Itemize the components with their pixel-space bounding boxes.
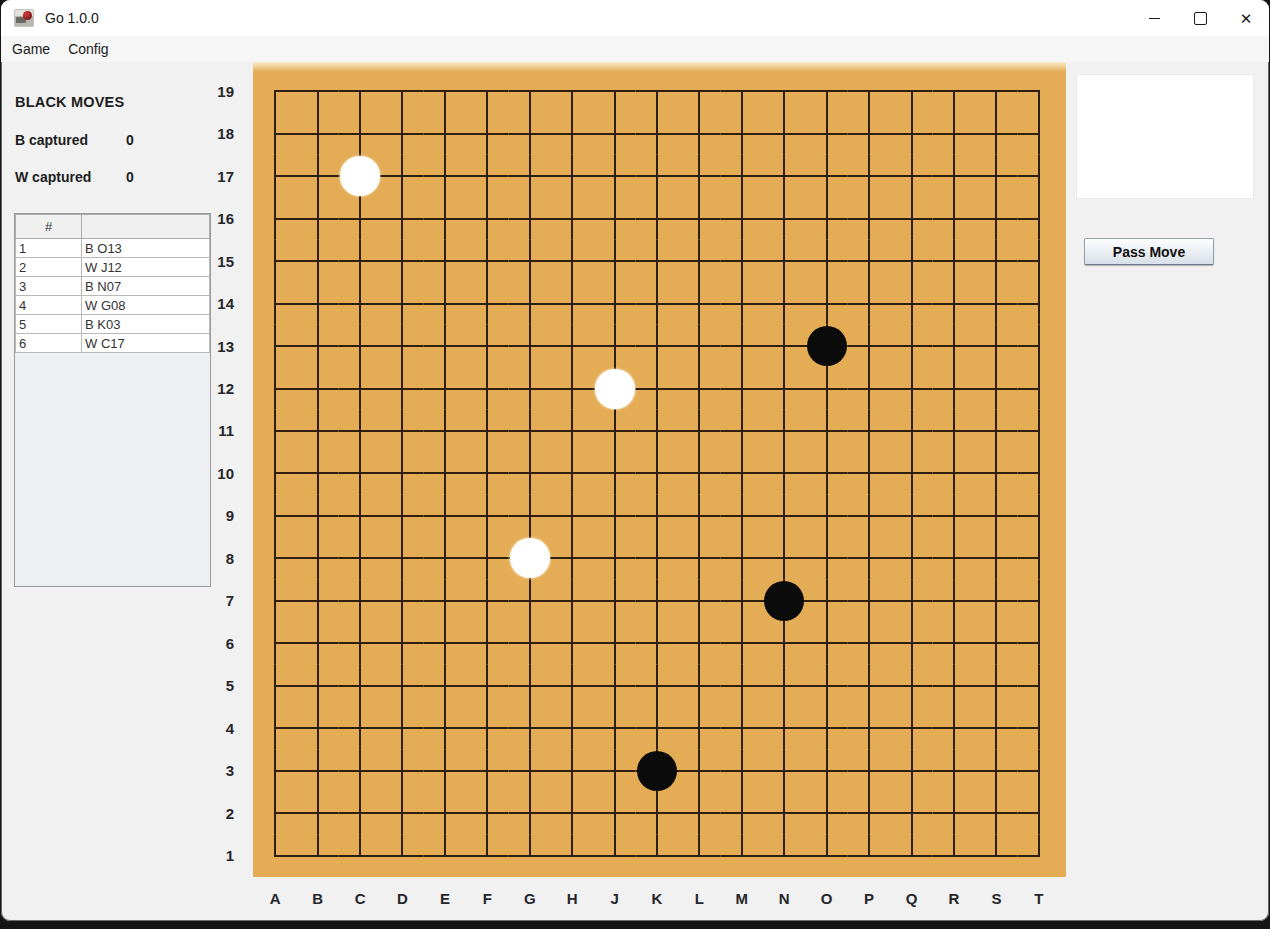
- board-intersection-Q16[interactable]: [890, 197, 932, 239]
- board-intersection-R9[interactable]: [933, 495, 975, 537]
- board-intersection-G17[interactable]: [509, 155, 551, 197]
- board-intersection-T2[interactable]: [1018, 792, 1060, 834]
- board-intersection-T3[interactable]: [1018, 750, 1060, 792]
- board-intersection-G9[interactable]: [509, 495, 551, 537]
- board-intersection-H18[interactable]: [551, 112, 593, 154]
- board-intersection-M10[interactable]: [721, 452, 763, 494]
- board-intersection-M15[interactable]: [721, 240, 763, 282]
- board-intersection-M19[interactable]: [721, 70, 763, 112]
- board-intersection-O3[interactable]: [805, 750, 847, 792]
- board-intersection-E1[interactable]: [424, 835, 466, 877]
- board-intersection-G3[interactable]: [509, 750, 551, 792]
- board-intersection-A13[interactable]: [254, 325, 296, 367]
- board-intersection-H15[interactable]: [551, 240, 593, 282]
- board-intersection-H7[interactable]: [551, 580, 593, 622]
- board-intersection-Q8[interactable]: [890, 537, 932, 579]
- board-intersection-C3[interactable]: [339, 750, 381, 792]
- board-intersection-G19[interactable]: [509, 70, 551, 112]
- board-intersection-G15[interactable]: [509, 240, 551, 282]
- board-intersection-L9[interactable]: [678, 495, 720, 537]
- board-intersection-R8[interactable]: [933, 537, 975, 579]
- board-intersection-G5[interactable]: [509, 665, 551, 707]
- board-intersection-O1[interactable]: [805, 835, 847, 877]
- board-intersection-A8[interactable]: [254, 537, 296, 579]
- board-intersection-D12[interactable]: [381, 367, 423, 409]
- board-intersection-M12[interactable]: [721, 367, 763, 409]
- board-intersection-J3[interactable]: [593, 750, 635, 792]
- board-intersection-B17[interactable]: [296, 155, 338, 197]
- board-intersection-R2[interactable]: [933, 792, 975, 834]
- board-intersection-O14[interactable]: [805, 282, 847, 324]
- board-intersection-S13[interactable]: [975, 325, 1017, 367]
- board-intersection-L2[interactable]: [678, 792, 720, 834]
- board-intersection-N4[interactable]: [763, 707, 805, 749]
- board-intersection-D17[interactable]: [381, 155, 423, 197]
- board-intersection-K15[interactable]: [636, 240, 678, 282]
- board-intersection-F14[interactable]: [466, 282, 508, 324]
- board-intersection-M13[interactable]: [721, 325, 763, 367]
- board-intersection-R10[interactable]: [933, 452, 975, 494]
- board-intersection-P8[interactable]: [848, 537, 890, 579]
- board-intersection-A1[interactable]: [254, 835, 296, 877]
- board-intersection-K18[interactable]: [636, 112, 678, 154]
- board-intersection-H6[interactable]: [551, 622, 593, 664]
- board-intersection-D1[interactable]: [381, 835, 423, 877]
- board-intersection-D11[interactable]: [381, 410, 423, 452]
- board-intersection-H16[interactable]: [551, 197, 593, 239]
- board-intersection-J19[interactable]: [593, 70, 635, 112]
- board-intersection-S3[interactable]: [975, 750, 1017, 792]
- board-intersection-C18[interactable]: [339, 112, 381, 154]
- board-intersection-T13[interactable]: [1018, 325, 1060, 367]
- board-intersection-O12[interactable]: [805, 367, 847, 409]
- board-intersection-K2[interactable]: [636, 792, 678, 834]
- board-intersection-A10[interactable]: [254, 452, 296, 494]
- board-intersection-R19[interactable]: [933, 70, 975, 112]
- board-intersection-D16[interactable]: [381, 197, 423, 239]
- board-intersection-A6[interactable]: [254, 622, 296, 664]
- board-intersection-M3[interactable]: [721, 750, 763, 792]
- board-intersection-B2[interactable]: [296, 792, 338, 834]
- board-intersection-L14[interactable]: [678, 282, 720, 324]
- board-intersection-N11[interactable]: [763, 410, 805, 452]
- board-intersection-P13[interactable]: [848, 325, 890, 367]
- board-intersection-P5[interactable]: [848, 665, 890, 707]
- board-intersection-S15[interactable]: [975, 240, 1017, 282]
- board-intersection-O7[interactable]: [805, 580, 847, 622]
- board-intersection-P9[interactable]: [848, 495, 890, 537]
- board-intersection-J17[interactable]: [593, 155, 635, 197]
- board-intersection-J12[interactable]: [593, 367, 635, 409]
- board-intersection-P19[interactable]: [848, 70, 890, 112]
- board-intersection-O6[interactable]: [805, 622, 847, 664]
- board-intersection-L11[interactable]: [678, 410, 720, 452]
- move-list-row[interactable]: 4W G08: [16, 296, 210, 315]
- board-intersection-N10[interactable]: [763, 452, 805, 494]
- board-intersection-T9[interactable]: [1018, 495, 1060, 537]
- board-intersection-H9[interactable]: [551, 495, 593, 537]
- board-intersection-D13[interactable]: [381, 325, 423, 367]
- board-intersection-R11[interactable]: [933, 410, 975, 452]
- board-intersection-S2[interactable]: [975, 792, 1017, 834]
- board-intersection-S8[interactable]: [975, 537, 1017, 579]
- board-intersection-Q4[interactable]: [890, 707, 932, 749]
- board-intersection-T19[interactable]: [1018, 70, 1060, 112]
- board-intersection-P15[interactable]: [848, 240, 890, 282]
- maximize-button[interactable]: [1177, 0, 1223, 36]
- board-intersection-B15[interactable]: [296, 240, 338, 282]
- board-intersection-J18[interactable]: [593, 112, 635, 154]
- board-intersection-B1[interactable]: [296, 835, 338, 877]
- board-intersection-F19[interactable]: [466, 70, 508, 112]
- board-intersection-H11[interactable]: [551, 410, 593, 452]
- board-intersection-F13[interactable]: [466, 325, 508, 367]
- board-intersection-H4[interactable]: [551, 707, 593, 749]
- board-intersection-K13[interactable]: [636, 325, 678, 367]
- board-intersection-G2[interactable]: [509, 792, 551, 834]
- board-intersection-H1[interactable]: [551, 835, 593, 877]
- board-intersection-D18[interactable]: [381, 112, 423, 154]
- board-intersection-P1[interactable]: [848, 835, 890, 877]
- board-intersection-N6[interactable]: [763, 622, 805, 664]
- board-intersection-O13[interactable]: [805, 325, 847, 367]
- board-intersection-T18[interactable]: [1018, 112, 1060, 154]
- board-intersection-R5[interactable]: [933, 665, 975, 707]
- board-intersection-E16[interactable]: [424, 197, 466, 239]
- board-intersection-C9[interactable]: [339, 495, 381, 537]
- board-intersection-M6[interactable]: [721, 622, 763, 664]
- board-intersection-C8[interactable]: [339, 537, 381, 579]
- board-intersection-E11[interactable]: [424, 410, 466, 452]
- board-intersection-M16[interactable]: [721, 197, 763, 239]
- board-intersection-C15[interactable]: [339, 240, 381, 282]
- board-intersection-P3[interactable]: [848, 750, 890, 792]
- board-intersection-K19[interactable]: [636, 70, 678, 112]
- board-intersection-C6[interactable]: [339, 622, 381, 664]
- board-intersection-N9[interactable]: [763, 495, 805, 537]
- board-intersection-T8[interactable]: [1018, 537, 1060, 579]
- board-intersection-J16[interactable]: [593, 197, 635, 239]
- board-intersection-H13[interactable]: [551, 325, 593, 367]
- board-intersection-B16[interactable]: [296, 197, 338, 239]
- board-intersection-L17[interactable]: [678, 155, 720, 197]
- pass-move-button[interactable]: Pass Move: [1084, 238, 1214, 265]
- board-intersection-L6[interactable]: [678, 622, 720, 664]
- board-intersection-O19[interactable]: [805, 70, 847, 112]
- board-intersection-N8[interactable]: [763, 537, 805, 579]
- board-intersection-L7[interactable]: [678, 580, 720, 622]
- board-intersection-S14[interactable]: [975, 282, 1017, 324]
- board-intersection-Q7[interactable]: [890, 580, 932, 622]
- board-intersection-A15[interactable]: [254, 240, 296, 282]
- board-intersection-E4[interactable]: [424, 707, 466, 749]
- board-intersection-H10[interactable]: [551, 452, 593, 494]
- board-intersection-P4[interactable]: [848, 707, 890, 749]
- board-intersection-A5[interactable]: [254, 665, 296, 707]
- board-intersection-S12[interactable]: [975, 367, 1017, 409]
- board-intersection-A14[interactable]: [254, 282, 296, 324]
- board-intersection-L19[interactable]: [678, 70, 720, 112]
- board-intersection-M11[interactable]: [721, 410, 763, 452]
- board-intersection-C16[interactable]: [339, 197, 381, 239]
- board-intersection-S17[interactable]: [975, 155, 1017, 197]
- board-intersection-K5[interactable]: [636, 665, 678, 707]
- board-intersection-K6[interactable]: [636, 622, 678, 664]
- board-intersection-P2[interactable]: [848, 792, 890, 834]
- board-intersection-J11[interactable]: [593, 410, 635, 452]
- board-intersection-F17[interactable]: [466, 155, 508, 197]
- board-intersection-C17[interactable]: [339, 155, 381, 197]
- move-list-row[interactable]: 5B K03: [16, 315, 210, 334]
- board-intersection-E10[interactable]: [424, 452, 466, 494]
- board-intersection-Q15[interactable]: [890, 240, 932, 282]
- board-intersection-R3[interactable]: [933, 750, 975, 792]
- board-intersection-F9[interactable]: [466, 495, 508, 537]
- board-intersection-L10[interactable]: [678, 452, 720, 494]
- board-intersection-C14[interactable]: [339, 282, 381, 324]
- board-intersection-S18[interactable]: [975, 112, 1017, 154]
- board-intersection-D4[interactable]: [381, 707, 423, 749]
- board-intersection-T10[interactable]: [1018, 452, 1060, 494]
- board-intersection-M1[interactable]: [721, 835, 763, 877]
- board-intersection-B10[interactable]: [296, 452, 338, 494]
- board-intersection-J10[interactable]: [593, 452, 635, 494]
- board-intersection-J8[interactable]: [593, 537, 635, 579]
- board-intersection-P16[interactable]: [848, 197, 890, 239]
- board-intersection-Q13[interactable]: [890, 325, 932, 367]
- board-intersection-L18[interactable]: [678, 112, 720, 154]
- board-intersection-E8[interactable]: [424, 537, 466, 579]
- board-intersection-R1[interactable]: [933, 835, 975, 877]
- board-intersection-D10[interactable]: [381, 452, 423, 494]
- board-intersection-H2[interactable]: [551, 792, 593, 834]
- board-intersection-E7[interactable]: [424, 580, 466, 622]
- board-intersection-N15[interactable]: [763, 240, 805, 282]
- board-intersection-R12[interactable]: [933, 367, 975, 409]
- board-intersection-T1[interactable]: [1018, 835, 1060, 877]
- board-intersection-H12[interactable]: [551, 367, 593, 409]
- board-intersection-R18[interactable]: [933, 112, 975, 154]
- board-intersection-C11[interactable]: [339, 410, 381, 452]
- board-intersection-E2[interactable]: [424, 792, 466, 834]
- board-intersection-M14[interactable]: [721, 282, 763, 324]
- move-number-cell[interactable]: 2: [16, 258, 82, 277]
- board-intersection-B7[interactable]: [296, 580, 338, 622]
- board-intersection-D19[interactable]: [381, 70, 423, 112]
- board-intersection-E5[interactable]: [424, 665, 466, 707]
- board-intersection-C13[interactable]: [339, 325, 381, 367]
- board-intersection-T16[interactable]: [1018, 197, 1060, 239]
- board-intersection-J7[interactable]: [593, 580, 635, 622]
- board-intersection-K11[interactable]: [636, 410, 678, 452]
- board-intersection-D5[interactable]: [381, 665, 423, 707]
- board-intersection-G4[interactable]: [509, 707, 551, 749]
- board-intersection-T17[interactable]: [1018, 155, 1060, 197]
- board-intersection-R4[interactable]: [933, 707, 975, 749]
- board-intersection-O5[interactable]: [805, 665, 847, 707]
- board-intersection-G11[interactable]: [509, 410, 551, 452]
- board-intersection-Q12[interactable]: [890, 367, 932, 409]
- board-intersection-Q6[interactable]: [890, 622, 932, 664]
- board-intersection-N16[interactable]: [763, 197, 805, 239]
- board-intersection-S7[interactable]: [975, 580, 1017, 622]
- board-intersection-M18[interactable]: [721, 112, 763, 154]
- board-intersection-D15[interactable]: [381, 240, 423, 282]
- board-intersection-Q11[interactable]: [890, 410, 932, 452]
- board-intersection-E13[interactable]: [424, 325, 466, 367]
- board-intersection-B14[interactable]: [296, 282, 338, 324]
- move-number-cell[interactable]: 6: [16, 334, 82, 353]
- board-intersection-B13[interactable]: [296, 325, 338, 367]
- board-intersection-Q1[interactable]: [890, 835, 932, 877]
- board-intersection-P10[interactable]: [848, 452, 890, 494]
- board-intersection-A16[interactable]: [254, 197, 296, 239]
- menu-item-game[interactable]: Game: [3, 36, 59, 62]
- board-intersection-D2[interactable]: [381, 792, 423, 834]
- board-intersection-O15[interactable]: [805, 240, 847, 282]
- board-intersection-O2[interactable]: [805, 792, 847, 834]
- board-intersection-J5[interactable]: [593, 665, 635, 707]
- board-intersection-K17[interactable]: [636, 155, 678, 197]
- board-intersection-A3[interactable]: [254, 750, 296, 792]
- move-number-cell[interactable]: 4: [16, 296, 82, 315]
- board-intersection-M17[interactable]: [721, 155, 763, 197]
- move-number-cell[interactable]: 3: [16, 277, 82, 296]
- board-intersection-O18[interactable]: [805, 112, 847, 154]
- board-intersection-R17[interactable]: [933, 155, 975, 197]
- board-intersection-L15[interactable]: [678, 240, 720, 282]
- board-intersection-J9[interactable]: [593, 495, 635, 537]
- board-intersection-F10[interactable]: [466, 452, 508, 494]
- board-intersection-B19[interactable]: [296, 70, 338, 112]
- board-intersection-L4[interactable]: [678, 707, 720, 749]
- board-intersection-F1[interactable]: [466, 835, 508, 877]
- board-intersection-E15[interactable]: [424, 240, 466, 282]
- board-intersection-S16[interactable]: [975, 197, 1017, 239]
- board-intersection-N3[interactable]: [763, 750, 805, 792]
- board-intersection-A11[interactable]: [254, 410, 296, 452]
- board-intersection-L16[interactable]: [678, 197, 720, 239]
- board-intersection-Q9[interactable]: [890, 495, 932, 537]
- board-intersection-E6[interactable]: [424, 622, 466, 664]
- board-intersection-N5[interactable]: [763, 665, 805, 707]
- board-intersection-P18[interactable]: [848, 112, 890, 154]
- board-intersection-B3[interactable]: [296, 750, 338, 792]
- board-intersection-F8[interactable]: [466, 537, 508, 579]
- board-intersection-J13[interactable]: [593, 325, 635, 367]
- board-intersection-B5[interactable]: [296, 665, 338, 707]
- board-intersection-B9[interactable]: [296, 495, 338, 537]
- board-intersection-O4[interactable]: [805, 707, 847, 749]
- board-intersection-T15[interactable]: [1018, 240, 1060, 282]
- board-intersection-Q2[interactable]: [890, 792, 932, 834]
- board-intersection-P14[interactable]: [848, 282, 890, 324]
- board-intersection-F18[interactable]: [466, 112, 508, 154]
- board-intersection-B6[interactable]: [296, 622, 338, 664]
- board-intersection-G12[interactable]: [509, 367, 551, 409]
- board-intersection-H5[interactable]: [551, 665, 593, 707]
- board-intersection-G18[interactable]: [509, 112, 551, 154]
- board-intersection-C7[interactable]: [339, 580, 381, 622]
- board-intersection-K8[interactable]: [636, 537, 678, 579]
- board-intersection-G7[interactable]: [509, 580, 551, 622]
- board-intersection-S11[interactable]: [975, 410, 1017, 452]
- board-intersection-B8[interactable]: [296, 537, 338, 579]
- board-intersection-Q5[interactable]: [890, 665, 932, 707]
- board-intersection-A2[interactable]: [254, 792, 296, 834]
- board-intersection-H17[interactable]: [551, 155, 593, 197]
- board-intersection-G8[interactable]: [509, 537, 551, 579]
- board-intersection-N2[interactable]: [763, 792, 805, 834]
- board-intersection-L1[interactable]: [678, 835, 720, 877]
- board-intersection-K4[interactable]: [636, 707, 678, 749]
- board-intersection-O11[interactable]: [805, 410, 847, 452]
- board-intersection-M2[interactable]: [721, 792, 763, 834]
- board-intersection-M5[interactable]: [721, 665, 763, 707]
- board-intersection-R6[interactable]: [933, 622, 975, 664]
- board-intersection-N19[interactable]: [763, 70, 805, 112]
- board-intersection-K14[interactable]: [636, 282, 678, 324]
- board-intersection-E17[interactable]: [424, 155, 466, 197]
- board-intersection-G14[interactable]: [509, 282, 551, 324]
- board-intersection-H14[interactable]: [551, 282, 593, 324]
- board-intersection-M8[interactable]: [721, 537, 763, 579]
- board-intersection-F12[interactable]: [466, 367, 508, 409]
- board-intersection-C2[interactable]: [339, 792, 381, 834]
- board-intersection-Q14[interactable]: [890, 282, 932, 324]
- board-intersection-L8[interactable]: [678, 537, 720, 579]
- board-intersection-M4[interactable]: [721, 707, 763, 749]
- board-intersection-P7[interactable]: [848, 580, 890, 622]
- board-intersection-A9[interactable]: [254, 495, 296, 537]
- board-intersection-J14[interactable]: [593, 282, 635, 324]
- board-intersection-T7[interactable]: [1018, 580, 1060, 622]
- board-intersection-P6[interactable]: [848, 622, 890, 664]
- board-intersection-S6[interactable]: [975, 622, 1017, 664]
- board-intersection-N14[interactable]: [763, 282, 805, 324]
- board-intersection-J6[interactable]: [593, 622, 635, 664]
- move-list-row[interactable]: 3B N07: [16, 277, 210, 296]
- board-intersection-H19[interactable]: [551, 70, 593, 112]
- board-intersection-O9[interactable]: [805, 495, 847, 537]
- board-intersection-D8[interactable]: [381, 537, 423, 579]
- board-intersection-G6[interactable]: [509, 622, 551, 664]
- board-intersection-C1[interactable]: [339, 835, 381, 877]
- board-intersection-D14[interactable]: [381, 282, 423, 324]
- board-intersection-F5[interactable]: [466, 665, 508, 707]
- board-intersection-J2[interactable]: [593, 792, 635, 834]
- board-intersection-S19[interactable]: [975, 70, 1017, 112]
- board-intersection-C5[interactable]: [339, 665, 381, 707]
- board-intersection-K7[interactable]: [636, 580, 678, 622]
- board-intersection-K12[interactable]: [636, 367, 678, 409]
- menu-item-config[interactable]: Config: [59, 36, 117, 62]
- board-intersection-D7[interactable]: [381, 580, 423, 622]
- board-intersection-S10[interactable]: [975, 452, 1017, 494]
- board-intersection-F3[interactable]: [466, 750, 508, 792]
- board-intersection-N17[interactable]: [763, 155, 805, 197]
- board-intersection-G13[interactable]: [509, 325, 551, 367]
- board-intersection-C19[interactable]: [339, 70, 381, 112]
- board-intersection-D9[interactable]: [381, 495, 423, 537]
- board-intersection-J1[interactable]: [593, 835, 635, 877]
- board-intersection-T4[interactable]: [1018, 707, 1060, 749]
- board-intersection-B4[interactable]: [296, 707, 338, 749]
- board-intersection-J15[interactable]: [593, 240, 635, 282]
- board-intersection-A17[interactable]: [254, 155, 296, 197]
- move-number-cell[interactable]: 5: [16, 315, 82, 334]
- board-intersection-M7[interactable]: [721, 580, 763, 622]
